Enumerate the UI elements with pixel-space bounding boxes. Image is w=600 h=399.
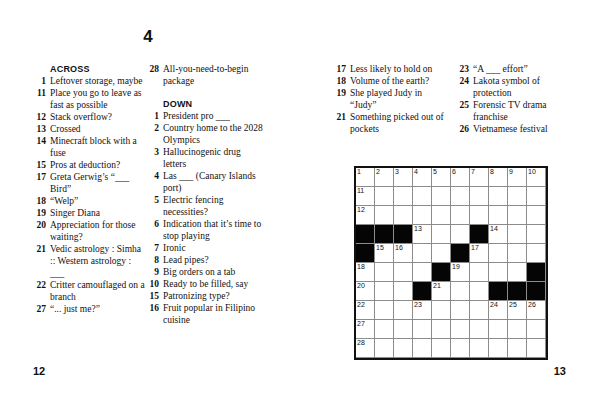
puzzle-number: 4 [132,27,164,47]
clue-item: 25Forensic TV drama franchise [456,99,567,123]
grid-cell[interactable] [394,206,413,225]
clue-number: 19 [33,207,46,219]
clue-section-header: DOWN [163,98,263,110]
clue-item: 1President pro ___ [146,110,263,122]
clue-item: 18“Welp” [33,195,145,207]
grid-cell[interactable] [527,187,546,206]
grid-cell[interactable] [394,339,413,358]
grid-cell[interactable] [489,339,508,358]
clue-text: Leftover storage, maybe [50,75,145,87]
clue-number: 18 [333,75,346,87]
clue-text: She played Judy in “Judy” [350,87,448,111]
clue-text: Las ___ (Canary Islands port) [163,170,263,194]
grid-cell-number: 22 [357,301,365,309]
grid-cell[interactable] [451,225,470,244]
clue-item: 17Greta Gerwig’s “___ Bird” [33,171,145,195]
clue-number: 17 [33,171,46,195]
grid-cell-number: 26 [528,301,536,309]
grid-cell[interactable]: 5 [432,168,451,187]
clue-item: 9Big orders on a tab [146,266,263,278]
grid-cell[interactable]: 2 [375,168,394,187]
clue-number: 15 [146,290,159,302]
clue-number: 7 [146,242,159,254]
grid-cell[interactable] [375,187,394,206]
clue-item: 11Place you go to leave as fast as possi… [33,87,145,111]
grid-cell[interactable]: 15 [375,244,394,263]
grid-cell[interactable]: 18 [356,263,375,282]
grid-cell[interactable]: 8 [489,168,508,187]
clue-text: Ready to be filled, say [163,278,263,290]
grid-cell-number: 24 [490,301,498,309]
grid-cell[interactable]: 13 [413,225,432,244]
grid-cell[interactable] [413,187,432,206]
grid-cell[interactable] [432,339,451,358]
grid-cell[interactable] [375,263,394,282]
clue-column-down-2: 17Less likely to hold on18Volume of the … [333,63,448,135]
black-cell [356,244,375,263]
grid-cell[interactable] [508,206,527,225]
grid-cell[interactable] [451,187,470,206]
clue-number: 27 [33,303,46,315]
clue-number: 26 [456,123,469,135]
clue-text: Less likely to hold on [350,63,448,75]
clue-number: 17 [333,63,346,75]
grid-cell[interactable]: 4 [413,168,432,187]
clue-item: 27“... just me?” [33,303,145,315]
clue-item: 15Patronizing type? [146,290,263,302]
grid-cell[interactable]: 3 [394,168,413,187]
grid-cell-number: 8 [490,168,494,176]
clue-column-across: ACROSS1Leftover storage, maybe11Place yo… [33,63,145,315]
grid-cell-number: 10 [528,168,536,176]
clue-text: Fruit popular in Filipino cuisine [163,302,263,326]
clue-item: 14Minecraft block with a fuse [33,135,145,159]
clue-item: 17Less likely to hold on [333,63,448,75]
clue-number: 1 [146,110,159,122]
clue-item: 18Volume of the earth? [333,75,448,87]
grid-cell[interactable] [527,225,546,244]
clue-number: 21 [333,111,346,135]
grid-cell[interactable] [451,320,470,339]
grid-cell[interactable] [489,320,508,339]
grid-cell-number: 15 [376,244,384,252]
grid-cell[interactable] [470,301,489,320]
grid-cell[interactable]: 7 [470,168,489,187]
clue-text: Pros at deduction? [50,159,145,171]
clue-text: All-you-need-to-begin package [163,63,263,87]
grid-cell-number: 9 [509,168,513,176]
clue-text: Minecraft block with a fuse [50,135,145,159]
clue-item: 5Electric fencing necessities? [146,194,263,218]
black-cell [451,244,470,263]
black-cell [470,225,489,244]
grid-cell[interactable] [394,263,413,282]
clue-text: Appreciation for those waiting? [50,219,145,243]
grid-cell-number: 27 [357,320,365,328]
black-cell [527,282,546,301]
clue-text: Ironic [163,242,263,254]
clue-number: 8 [146,254,159,266]
clue-item: 20Appreciation for those waiting? [33,219,145,243]
black-cell [413,282,432,301]
page-number-left: 12 [33,365,45,377]
grid-cell[interactable] [489,244,508,263]
grid-cell[interactable] [451,339,470,358]
grid-cell-number: 14 [490,225,498,233]
grid-cell[interactable] [489,206,508,225]
clue-number: 15 [33,159,46,171]
clue-number: 20 [33,219,46,243]
grid-cell[interactable] [508,320,527,339]
clue-number: 23 [456,63,469,75]
grid-cell-number: 28 [357,339,365,347]
grid-cell[interactable] [432,206,451,225]
clue-text: Vietnamese festival [473,123,567,135]
grid-cell[interactable] [508,244,527,263]
clue-item: 10Ready to be filled, say [146,278,263,290]
page-number-right: 13 [546,365,566,377]
grid-cell-number: 5 [433,168,437,176]
grid-cell[interactable] [489,187,508,206]
grid-cell[interactable] [470,263,489,282]
black-cell [394,225,413,244]
clue-item: 8Lead pipes? [146,254,263,266]
grid-cell[interactable]: 1 [356,168,375,187]
grid-cell[interactable] [432,301,451,320]
clue-number: 22 [33,279,46,303]
grid-cell[interactable] [375,282,394,301]
clue-number: 11 [33,87,46,111]
clue-number: 18 [33,195,46,207]
grid-cell[interactable] [432,187,451,206]
grid-cell[interactable] [489,263,508,282]
clue-number: 24 [456,75,469,99]
grid-cell[interactable] [527,339,546,358]
clue-number: 1 [33,75,46,87]
grid-cell[interactable] [508,187,527,206]
clue-number: 6 [146,218,159,242]
grid-cell[interactable]: 10 [527,168,546,187]
grid-cell-number: 3 [395,168,399,176]
clue-text: Singer Diana [50,207,145,219]
clue-item: 4Las ___ (Canary Islands port) [146,170,263,194]
clue-number: 28 [146,63,159,87]
clue-text: Big orders on a tab [163,266,263,278]
grid-cell[interactable]: 28 [356,339,375,358]
clue-item: 6Indication that it’s time to stop playi… [146,218,263,242]
grid-cell-number: 18 [357,263,365,271]
grid-cell[interactable]: 20 [356,282,375,301]
grid-cell[interactable]: 19 [451,263,470,282]
clue-item: 19Singer Diana [33,207,145,219]
grid-cell[interactable] [451,282,470,301]
grid-cell-number: 23 [414,301,422,309]
clue-number: 14 [33,135,46,159]
grid-cell[interactable] [470,206,489,225]
clue-text: Lakota symbol of protection [473,75,567,99]
black-cell [489,282,508,301]
grid-cell[interactable] [413,206,432,225]
clue-text: Electric fencing necessities? [163,194,263,218]
clue-number: 10 [146,278,159,290]
clue-item: 2Country home to the 2028 Olympics [146,122,263,146]
grid-cell[interactable]: 27 [356,320,375,339]
clue-section-header: ACROSS [50,63,145,75]
grid-cell-number: 17 [471,244,479,252]
grid-cell[interactable] [394,320,413,339]
clue-text: Indication that it’s time to stop playin… [163,218,263,242]
clue-text: Crossed [50,123,145,135]
clue-item: 13Crossed [33,123,145,135]
grid-cell-number: 7 [471,168,475,176]
grid-cell[interactable] [394,301,413,320]
grid-cell[interactable] [432,320,451,339]
clue-number: 25 [456,99,469,123]
grid-cell[interactable] [375,339,394,358]
clue-number: 4 [146,170,159,194]
clue-number: 2 [146,122,159,146]
clue-text: “Welp” [50,195,145,207]
grid-cell-number: 13 [414,225,422,233]
grid-cell[interactable]: 21 [432,282,451,301]
grid-cell-number: 11 [357,187,364,195]
clue-item: 16Fruit popular in Filipino cuisine [146,302,263,326]
grid-cell[interactable]: 17 [470,244,489,263]
clue-text: Greta Gerwig’s “___ Bird” [50,171,145,195]
grid-cell[interactable] [527,320,546,339]
clue-text: Lead pipes? [163,254,263,266]
grid-cell[interactable]: 22 [356,301,375,320]
clue-text: Patronizing type? [163,290,263,302]
black-cell [375,225,394,244]
clue-item: 21Something picked out of pockets [333,111,448,135]
grid-cell[interactable] [470,282,489,301]
clue-number: 21 [33,243,46,279]
clue-number: 19 [333,87,346,111]
grid-cell[interactable]: 11 [356,187,375,206]
black-cell [356,225,375,244]
clue-item: 15Pros at deduction? [33,159,145,171]
grid-cell[interactable] [451,301,470,320]
clue-item: 1Leftover storage, maybe [33,75,145,87]
clue-item: 12Stack overflow? [33,111,145,123]
grid-cell[interactable] [432,225,451,244]
grid-cell[interactable]: 6 [451,168,470,187]
black-cell [432,263,451,282]
grid-cell[interactable] [470,320,489,339]
grid-cell-number: 16 [395,244,403,252]
grid-cell[interactable] [470,187,489,206]
clue-item: 26Vietnamese festival [456,123,567,135]
clue-text: Stack overflow? [50,111,145,123]
clue-item: 21Vedic astrology : Simha :: Western ast… [33,243,145,279]
grid-cell-number: 20 [357,282,365,290]
clue-column-down-1: 28All-you-need-to-begin packageDOWN1Pres… [146,63,263,326]
grid-cell[interactable]: 12 [356,206,375,225]
clue-item: 24Lakota symbol of protection [456,75,567,99]
grid-cell-number: 25 [509,301,517,309]
clue-item: 23“A ___ effort” [456,63,567,75]
grid-cell[interactable] [508,339,527,358]
clue-text: Volume of the earth? [350,75,448,87]
clue-text: “... just me?” [50,303,145,315]
clue-number: 3 [146,146,159,170]
grid-cell[interactable]: 25 [508,301,527,320]
grid-cell[interactable] [413,244,432,263]
grid-cell[interactable] [394,282,413,301]
grid-cell[interactable] [375,206,394,225]
clue-text: Critter camouflaged on a branch [50,279,145,303]
clue-number: 16 [146,302,159,326]
grid-cell[interactable] [432,244,451,263]
grid-cell[interactable] [527,206,546,225]
clue-text: Country home to the 2028 Olympics [163,122,263,146]
clue-text: President pro ___ [163,110,263,122]
clue-item: 28All-you-need-to-begin package [146,63,263,87]
grid-cell[interactable]: 24 [489,301,508,320]
clue-item: 22Critter camouflaged on a branch [33,279,145,303]
grid-cell[interactable] [527,244,546,263]
clue-number: 12 [33,111,46,123]
crossword-grid[interactable]: 1234567891011121314151617181920212223242… [354,166,548,360]
grid-cell[interactable]: 23 [413,301,432,320]
grid-cell[interactable] [413,320,432,339]
clue-column-down-3: 23“A ___ effort”24Lakota symbol of prote… [456,63,567,135]
grid-cell-number: 6 [452,168,456,176]
black-cell [508,282,527,301]
clue-text: Hallucinogenic drug letters [163,146,263,170]
grid-cell[interactable]: 9 [508,168,527,187]
grid-cell-number: 12 [357,206,365,214]
clue-text: Place you go to leave as fast as possibl… [50,87,145,111]
black-cell [527,263,546,282]
clue-item: 7Ironic [146,242,263,254]
grid-cell[interactable] [413,263,432,282]
clue-text: Vedic astrology : Simha :: Western astro… [50,243,145,279]
grid-cell-number: 2 [376,168,380,176]
clue-item: 19She played Judy in “Judy” [333,87,448,111]
clue-number: 13 [33,123,46,135]
grid-cell[interactable] [508,263,527,282]
clue-text: “A ___ effort” [473,63,567,75]
grid-cell-number: 1 [357,168,361,176]
grid-cell[interactable]: 26 [527,301,546,320]
clue-text: Something picked out of pockets [350,111,448,135]
grid-cell[interactable]: 16 [394,244,413,263]
clue-text: Forensic TV drama franchise [473,99,567,123]
grid-cell[interactable] [413,339,432,358]
grid-cell[interactable] [394,187,413,206]
clue-number: 9 [146,266,159,278]
clue-item: 3Hallucinogenic drug letters [146,146,263,170]
grid-cell[interactable] [375,320,394,339]
grid-cell[interactable] [508,225,527,244]
grid-cell-number: 19 [452,263,460,271]
grid-cell-number: 4 [414,168,418,176]
grid-cell-number: 21 [433,282,441,290]
clue-number: 5 [146,194,159,218]
grid-cell[interactable] [451,206,470,225]
grid-cell[interactable] [375,301,394,320]
grid-cell[interactable]: 14 [489,225,508,244]
grid-cell[interactable] [470,339,489,358]
